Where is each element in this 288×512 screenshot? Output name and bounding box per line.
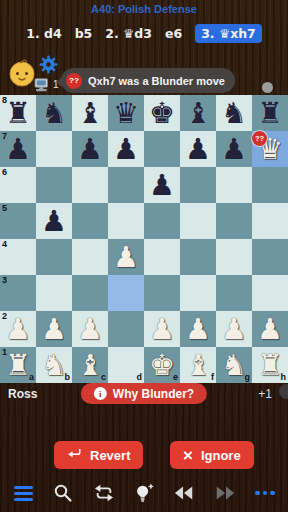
square-c5[interactable] bbox=[72, 203, 108, 239]
search-icon[interactable] bbox=[50, 480, 76, 506]
file-label-h: h bbox=[281, 373, 287, 382]
file-label-f: f bbox=[211, 373, 214, 382]
return-arrow-icon bbox=[67, 447, 82, 463]
square-e6[interactable]: ♟ bbox=[144, 167, 180, 203]
why-blunder-label: Why Blunder? bbox=[113, 387, 194, 401]
square-h6[interactable] bbox=[252, 167, 288, 203]
close-icon: × bbox=[183, 447, 193, 464]
rank-label-7: 7 bbox=[2, 132, 7, 141]
move-list: 1. d4b52. ♛d3e63. ♛xh7 bbox=[0, 22, 288, 44]
file-label-d: d bbox=[137, 373, 143, 382]
square-e5[interactable] bbox=[144, 203, 180, 239]
square-g7[interactable]: ♟ bbox=[216, 131, 252, 167]
white-pawn: ♟ bbox=[72, 311, 108, 347]
square-d3[interactable] bbox=[108, 275, 144, 311]
square-f8[interactable]: ♝ bbox=[180, 95, 216, 131]
bottom-toolbar bbox=[0, 477, 288, 509]
settings-gear-icon[interactable] bbox=[39, 55, 58, 78]
file-label-a: a bbox=[29, 373, 34, 382]
file-label-c: c bbox=[101, 373, 106, 382]
black-queen: ♛ bbox=[108, 95, 144, 131]
rank-label-5: 5 bbox=[2, 204, 7, 213]
square-c2[interactable]: ♟ bbox=[72, 311, 108, 347]
square-f2[interactable]: ♟ bbox=[180, 311, 216, 347]
square-c6[interactable] bbox=[72, 167, 108, 203]
square-d4[interactable]: ♟ bbox=[108, 239, 144, 275]
square-d2[interactable] bbox=[108, 311, 144, 347]
more-options-icon[interactable] bbox=[252, 480, 278, 506]
square-c3[interactable] bbox=[72, 275, 108, 311]
black-pawn: ♟ bbox=[108, 131, 144, 167]
square-g6[interactable] bbox=[216, 167, 252, 203]
white-pawn: ♟ bbox=[252, 311, 288, 347]
square-a4[interactable]: 4 bbox=[0, 239, 36, 275]
rank-label-4: 4 bbox=[2, 240, 7, 249]
blunder-square-badge: ?? bbox=[252, 131, 267, 146]
square-g5[interactable] bbox=[216, 203, 252, 239]
square-h1[interactable]: h♜ bbox=[252, 347, 288, 383]
square-f5[interactable] bbox=[180, 203, 216, 239]
square-a7[interactable]: 7♟ bbox=[0, 131, 36, 167]
square-b6[interactable] bbox=[36, 167, 72, 203]
black-pawn: ♟ bbox=[36, 203, 72, 239]
black-rook: ♜ bbox=[252, 95, 288, 131]
white-pawn: ♟ bbox=[180, 311, 216, 347]
square-e2[interactable]: ♟ bbox=[144, 311, 180, 347]
square-b1[interactable]: b♞ bbox=[36, 347, 72, 383]
beginner-avatar-icon[interactable] bbox=[7, 58, 37, 92]
player-name: Ross bbox=[8, 387, 37, 401]
info-icon: i bbox=[94, 387, 107, 400]
file-label-e: e bbox=[173, 373, 178, 382]
square-g4[interactable] bbox=[216, 239, 252, 275]
white-pawn: ♟ bbox=[108, 239, 144, 275]
square-h2[interactable]: ♟ bbox=[252, 311, 288, 347]
square-d5[interactable] bbox=[108, 203, 144, 239]
file-label-g: g bbox=[245, 373, 251, 382]
square-h3[interactable] bbox=[252, 275, 288, 311]
move-2d3[interactable]: 2. ♛d3 bbox=[105, 26, 152, 41]
engine-computer-icon[interactable] bbox=[34, 78, 50, 96]
black-knight: ♞ bbox=[216, 95, 252, 131]
square-c8[interactable]: ♝ bbox=[72, 95, 108, 131]
square-a6[interactable]: 6 bbox=[0, 167, 36, 203]
why-blunder-button[interactable]: i Why Blunder? bbox=[81, 383, 207, 404]
app-screen: A40: Polish Defense 1. d4b52. ♛d3e63. ♛x… bbox=[0, 0, 288, 512]
ignore-label: Ignore bbox=[201, 448, 241, 463]
black-pawn: ♟ bbox=[144, 167, 180, 203]
square-h4[interactable] bbox=[252, 239, 288, 275]
square-f1[interactable]: f♝ bbox=[180, 347, 216, 383]
move-3xh7[interactable]: 3. ♛xh7 bbox=[195, 24, 262, 43]
square-g3[interactable] bbox=[216, 275, 252, 311]
square-h8[interactable]: ♜ bbox=[252, 95, 288, 131]
move-b5[interactable]: b5 bbox=[75, 26, 93, 41]
revert-label: Revert bbox=[90, 448, 130, 463]
hint-lightbulb-icon[interactable] bbox=[131, 480, 157, 506]
rank-label-8: 8 bbox=[2, 96, 7, 105]
square-d8[interactable]: ♛ bbox=[108, 95, 144, 131]
revert-button[interactable]: Revert bbox=[54, 441, 143, 469]
opening-title: A40: Polish Defense bbox=[0, 3, 288, 15]
square-g1[interactable]: g♞ bbox=[216, 347, 252, 383]
square-d6[interactable] bbox=[108, 167, 144, 203]
square-g2[interactable]: ♟ bbox=[216, 311, 252, 347]
square-f7[interactable]: ♟ bbox=[180, 131, 216, 167]
square-a5[interactable]: 5 bbox=[0, 203, 36, 239]
square-e7[interactable] bbox=[144, 131, 180, 167]
square-e4[interactable] bbox=[144, 239, 180, 275]
move-1d4[interactable]: 1. d4 bbox=[26, 26, 61, 41]
square-e1[interactable]: e♚ bbox=[144, 347, 180, 383]
black-bishop: ♝ bbox=[180, 95, 216, 131]
chess-board: 8♜♞♝♛♚♝♞♜7♟♟♟♟♟♛??6♟5♟4♟32♟♟♟♟♟♟♟1a♜b♞c♝… bbox=[0, 95, 288, 383]
rank-label-6: 6 bbox=[2, 168, 7, 177]
square-b2[interactable]: ♟ bbox=[36, 311, 72, 347]
ignore-button[interactable]: × Ignore bbox=[170, 441, 254, 469]
square-b3[interactable] bbox=[36, 275, 72, 311]
black-bishop: ♝ bbox=[72, 95, 108, 131]
black-pawn: ♟ bbox=[72, 131, 108, 167]
forward-icon[interactable] bbox=[212, 480, 238, 506]
move-e6[interactable]: e6 bbox=[165, 26, 182, 41]
square-e3[interactable] bbox=[144, 275, 180, 311]
black-knight: ♞ bbox=[36, 95, 72, 131]
square-g8[interactable]: ♞ bbox=[216, 95, 252, 131]
blunder-tooltip-text: Qxh7 was a Blunder move bbox=[88, 75, 225, 87]
white-pawn: ♟ bbox=[36, 311, 72, 347]
square-f4[interactable] bbox=[180, 239, 216, 275]
repeat-icon[interactable] bbox=[91, 480, 117, 506]
white-pawn: ♟ bbox=[144, 311, 180, 347]
square-c7[interactable]: ♟ bbox=[72, 131, 108, 167]
menu-icon[interactable] bbox=[10, 480, 36, 506]
square-a1[interactable]: 1a♜ bbox=[0, 347, 36, 383]
square-a2[interactable]: 2♟ bbox=[0, 311, 36, 347]
white-pawn: ♟ bbox=[216, 311, 252, 347]
status-dot bbox=[279, 384, 288, 399]
square-c1[interactable]: c♝ bbox=[72, 347, 108, 383]
evaluation-score: +1 bbox=[258, 387, 272, 401]
square-b4[interactable] bbox=[36, 239, 72, 275]
rewind-icon[interactable] bbox=[171, 480, 197, 506]
square-f6[interactable] bbox=[180, 167, 216, 203]
square-h5[interactable] bbox=[252, 203, 288, 239]
square-h7[interactable]: ♛?? bbox=[252, 131, 288, 167]
rank-label-2: 2 bbox=[2, 312, 7, 321]
square-a8[interactable]: 8♜ bbox=[0, 95, 36, 131]
square-d1[interactable]: d bbox=[108, 347, 144, 383]
rank-label-3: 3 bbox=[2, 276, 7, 285]
square-b7[interactable] bbox=[36, 131, 72, 167]
black-pawn: ♟ bbox=[216, 131, 252, 167]
blunder-badge-icon: ?? bbox=[66, 73, 82, 89]
black-king: ♚ bbox=[144, 95, 180, 131]
square-e8[interactable]: ♚ bbox=[144, 95, 180, 131]
black-pawn: ♟ bbox=[180, 131, 216, 167]
file-label-b: b bbox=[65, 373, 71, 382]
square-a3[interactable]: 3 bbox=[0, 275, 36, 311]
square-d7[interactable]: ♟ bbox=[108, 131, 144, 167]
rank-label-1: 1 bbox=[2, 348, 7, 357]
square-b5[interactable]: ♟ bbox=[36, 203, 72, 239]
square-c4[interactable] bbox=[72, 239, 108, 275]
gray-dot-indicator bbox=[262, 82, 273, 93]
blunder-tooltip: ?? Qxh7 was a Blunder move bbox=[61, 68, 235, 93]
square-f3[interactable] bbox=[180, 275, 216, 311]
square-b8[interactable]: ♞ bbox=[36, 95, 72, 131]
